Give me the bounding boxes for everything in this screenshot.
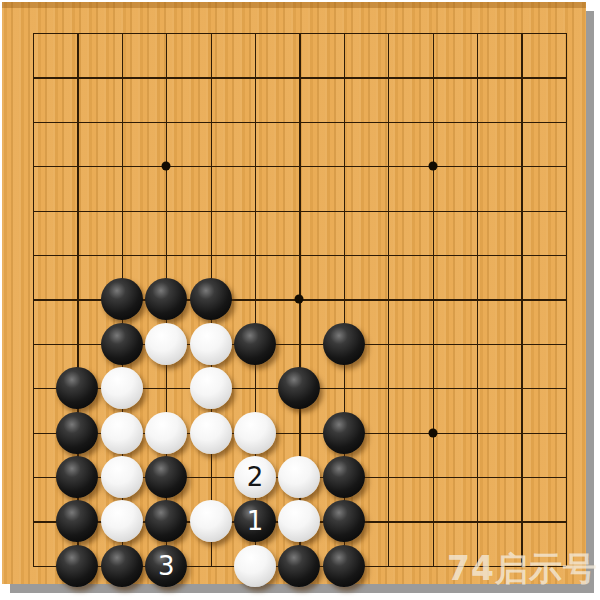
stone-white[interactable]	[145, 412, 187, 454]
stone-black[interactable]	[56, 500, 98, 542]
star-point	[295, 295, 304, 304]
stone-black[interactable]	[145, 278, 187, 320]
grid-line-vertical	[477, 33, 478, 566]
stone-white[interactable]	[190, 412, 232, 454]
stone-black[interactable]	[323, 456, 365, 498]
star-point	[162, 162, 171, 171]
go-board[interactable]: 213	[2, 2, 586, 584]
stone-white[interactable]	[190, 367, 232, 409]
stone-black[interactable]	[323, 323, 365, 365]
stone-black[interactable]	[56, 545, 98, 587]
stone-black[interactable]	[278, 545, 320, 587]
stone-white[interactable]	[101, 367, 143, 409]
stone-white[interactable]	[234, 545, 276, 587]
stone-white[interactable]	[190, 500, 232, 542]
stone-white[interactable]	[101, 412, 143, 454]
stone-black[interactable]: 3	[145, 545, 187, 587]
stone-white[interactable]	[278, 456, 320, 498]
stone-white[interactable]: 2	[234, 456, 276, 498]
stone-black[interactable]	[56, 456, 98, 498]
stone-black[interactable]	[145, 456, 187, 498]
stone-white[interactable]	[278, 500, 320, 542]
stone-black[interactable]	[234, 323, 276, 365]
diagram-root: 213 74启示号	[0, 0, 600, 600]
stone-black[interactable]	[101, 545, 143, 587]
grid-line-vertical	[388, 33, 389, 566]
grid-line-vertical	[521, 33, 522, 566]
move-number: 2	[247, 464, 264, 490]
star-point	[428, 162, 437, 171]
stone-white[interactable]	[190, 323, 232, 365]
move-number: 1	[247, 508, 264, 534]
stone-white[interactable]	[101, 456, 143, 498]
stone-black[interactable]	[56, 367, 98, 409]
stone-black[interactable]	[101, 278, 143, 320]
stone-white[interactable]	[145, 323, 187, 365]
stone-black[interactable]	[145, 500, 187, 542]
stone-black[interactable]	[278, 367, 320, 409]
star-point	[428, 428, 437, 437]
stone-black[interactable]: 1	[234, 500, 276, 542]
move-number: 3	[158, 553, 175, 579]
grid-line-vertical	[566, 33, 567, 566]
stone-black[interactable]	[101, 323, 143, 365]
stone-black[interactable]	[323, 500, 365, 542]
stone-white[interactable]	[101, 500, 143, 542]
grid-line-vertical	[433, 33, 434, 566]
stone-black[interactable]	[190, 278, 232, 320]
stone-white[interactable]	[234, 412, 276, 454]
stone-black[interactable]	[323, 545, 365, 587]
stone-black[interactable]	[56, 412, 98, 454]
stone-black[interactable]	[323, 412, 365, 454]
